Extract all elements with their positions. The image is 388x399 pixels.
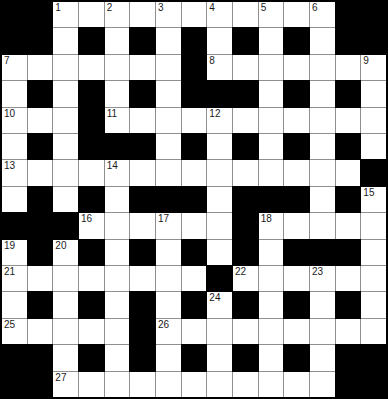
white-cell-r4c11[interactable]	[284, 108, 309, 133]
black-cell-r3c9	[233, 81, 258, 106]
white-cell-r10c12[interactable]: 23	[310, 266, 335, 291]
black-cell-r0c1	[28, 2, 53, 27]
clue-number-10: 10	[4, 108, 15, 119]
white-cell-r11c2[interactable]	[53, 292, 78, 317]
white-cell-r6c10[interactable]	[259, 160, 284, 185]
white-cell-r9c6[interactable]	[156, 240, 181, 265]
white-cell-r8c7[interactable]	[182, 213, 207, 238]
black-cell-r1c0	[2, 28, 27, 53]
clue-number-4: 4	[209, 2, 215, 13]
white-cell-r7c12[interactable]	[310, 187, 335, 212]
black-cell-r9c12	[310, 240, 335, 265]
white-cell-r10c13[interactable]	[336, 266, 361, 291]
white-cell-r12c9[interactable]	[233, 319, 258, 344]
white-cell-r12c3[interactable]	[79, 319, 104, 344]
black-cell-r1c13	[336, 28, 361, 53]
white-cell-r8c8[interactable]	[207, 213, 232, 238]
white-cell-r6c1[interactable]	[28, 160, 53, 185]
white-cell-r2c4[interactable]	[105, 55, 130, 80]
white-cell-r9c10[interactable]	[259, 240, 284, 265]
white-cell-r8c13[interactable]	[336, 213, 361, 238]
white-cell-r8c4[interactable]	[105, 213, 130, 238]
black-cell-r11c9	[233, 292, 258, 317]
white-cell-r11c0[interactable]	[2, 292, 27, 317]
black-cell-r9c11	[284, 240, 309, 265]
black-cell-r14c13	[336, 372, 361, 397]
white-cell-r1c2[interactable]	[53, 28, 78, 53]
white-cell-r10c4[interactable]	[105, 266, 130, 291]
clue-number-16: 16	[81, 213, 92, 224]
white-cell-r14c11[interactable]	[284, 372, 309, 397]
black-cell-r7c5	[130, 187, 155, 212]
black-cell-r14c14	[361, 372, 386, 397]
white-cell-r10c10[interactable]	[259, 266, 284, 291]
white-cell-r6c3[interactable]	[79, 160, 104, 185]
white-cell-r7c0[interactable]	[2, 187, 27, 212]
white-cell-r12c0[interactable]: 25	[2, 319, 27, 344]
white-cell-r4c1[interactable]	[28, 108, 53, 133]
black-cell-r14c1	[28, 372, 53, 397]
white-cell-r6c8[interactable]	[207, 160, 232, 185]
white-cell-r5c10[interactable]	[259, 134, 284, 159]
black-cell-r9c13	[336, 240, 361, 265]
black-cell-r0c0	[2, 2, 27, 27]
white-cell-r8c10[interactable]: 18	[259, 213, 284, 238]
white-cell-r12c13[interactable]	[336, 319, 361, 344]
white-cell-r13c10[interactable]	[259, 345, 284, 370]
black-cell-r11c1	[28, 292, 53, 317]
white-cell-r12c2[interactable]	[53, 319, 78, 344]
white-cell-r2c3[interactable]	[79, 55, 104, 80]
white-cell-r14c8[interactable]	[207, 372, 232, 397]
clue-number-19: 19	[4, 240, 15, 251]
clue-number-15: 15	[363, 187, 374, 198]
black-cell-r13c14	[361, 345, 386, 370]
clue-number-8: 8	[209, 55, 215, 66]
black-cell-r1c7	[182, 28, 207, 53]
white-cell-r2c1[interactable]	[28, 55, 53, 80]
black-cell-r6c14	[361, 160, 386, 185]
black-cell-r3c1	[28, 81, 53, 106]
white-cell-r8c3[interactable]: 16	[79, 213, 104, 238]
black-cell-r5c13	[336, 134, 361, 159]
white-cell-r10c14[interactable]	[361, 266, 386, 291]
clue-number-14: 14	[107, 160, 118, 171]
white-cell-r0c2[interactable]: 1	[53, 2, 78, 27]
clue-number-24: 24	[209, 292, 220, 303]
white-cell-r2c13[interactable]	[336, 55, 361, 80]
white-cell-r11c14[interactable]	[361, 292, 386, 317]
white-cell-r8c6[interactable]: 17	[156, 213, 181, 238]
clue-number-18: 18	[261, 213, 272, 224]
white-cell-r9c14[interactable]	[361, 240, 386, 265]
black-cell-r9c9	[233, 240, 258, 265]
black-cell-r13c9	[233, 345, 258, 370]
white-cell-r4c8[interactable]: 12	[207, 108, 232, 133]
clue-number-20: 20	[55, 240, 66, 251]
white-cell-r12c8[interactable]	[207, 319, 232, 344]
white-cell-r13c6[interactable]	[156, 345, 181, 370]
white-cell-r3c10[interactable]	[259, 81, 284, 106]
black-cell-r3c5	[130, 81, 155, 106]
white-cell-r0c4[interactable]: 2	[105, 2, 130, 27]
white-cell-r8c14[interactable]	[361, 213, 386, 238]
white-cell-r6c11[interactable]	[284, 160, 309, 185]
white-cell-r1c8[interactable]	[207, 28, 232, 53]
white-cell-r12c10[interactable]	[259, 319, 284, 344]
white-cell-r2c10[interactable]	[259, 55, 284, 80]
white-cell-r12c6[interactable]: 26	[156, 319, 181, 344]
black-cell-r5c5	[130, 134, 155, 159]
crossword-grid: 1234567891011121314151617181920212223242…	[0, 0, 388, 399]
white-cell-r1c6[interactable]	[156, 28, 181, 53]
black-cell-r5c4	[105, 134, 130, 159]
black-cell-r4c3	[79, 108, 104, 133]
black-cell-r5c11	[284, 134, 309, 159]
white-cell-r6c4[interactable]: 14	[105, 160, 130, 185]
white-cell-r0c7[interactable]	[182, 2, 207, 27]
white-cell-r1c12[interactable]	[310, 28, 335, 53]
white-cell-r4c9[interactable]	[233, 108, 258, 133]
white-cell-r8c5[interactable]	[130, 213, 155, 238]
white-cell-r14c12[interactable]	[310, 372, 335, 397]
white-cell-r5c6[interactable]	[156, 134, 181, 159]
black-cell-r3c8	[207, 81, 232, 106]
black-cell-r9c1	[28, 240, 53, 265]
white-cell-r13c8[interactable]	[207, 345, 232, 370]
black-cell-r11c13	[336, 292, 361, 317]
black-cell-r13c3	[79, 345, 104, 370]
white-cell-r7c4[interactable]	[105, 187, 130, 212]
white-cell-r2c8[interactable]: 8	[207, 55, 232, 80]
white-cell-r4c7[interactable]	[182, 108, 207, 133]
clue-number-23: 23	[312, 266, 323, 277]
black-cell-r12c5	[130, 319, 155, 344]
clue-number-9: 9	[363, 55, 369, 66]
black-cell-r1c1	[28, 28, 53, 53]
white-cell-r3c4[interactable]	[105, 81, 130, 106]
white-cell-r2c11[interactable]	[284, 55, 309, 80]
white-cell-r12c11[interactable]	[284, 319, 309, 344]
black-cell-r7c11	[284, 187, 309, 212]
clue-number-5: 5	[261, 2, 267, 13]
white-cell-r4c4[interactable]: 11	[105, 108, 130, 133]
black-cell-r1c11	[284, 28, 309, 53]
black-cell-r7c7	[182, 187, 207, 212]
clue-number-6: 6	[312, 2, 318, 13]
clue-number-13: 13	[4, 160, 15, 171]
black-cell-r0c14	[361, 2, 386, 27]
white-cell-r5c8[interactable]	[207, 134, 232, 159]
clue-number-26: 26	[158, 319, 169, 330]
black-cell-r3c13	[336, 81, 361, 106]
black-cell-r7c9	[233, 187, 258, 212]
black-cell-r9c3	[79, 240, 104, 265]
white-cell-r3c0[interactable]	[2, 81, 27, 106]
white-cell-r10c1[interactable]	[28, 266, 53, 291]
white-cell-r6c13[interactable]	[336, 160, 361, 185]
black-cell-r5c3	[79, 134, 104, 159]
white-cell-r0c8[interactable]: 4	[207, 2, 232, 27]
white-cell-r10c9[interactable]: 22	[233, 266, 258, 291]
white-cell-r8c11[interactable]	[284, 213, 309, 238]
black-cell-r7c10	[259, 187, 284, 212]
white-cell-r6c2[interactable]	[53, 160, 78, 185]
white-cell-r4c0[interactable]: 10	[2, 108, 27, 133]
white-cell-r2c0[interactable]: 7	[2, 55, 27, 80]
clue-number-17: 17	[158, 213, 169, 224]
black-cell-r5c7	[182, 134, 207, 159]
white-cell-r14c9[interactable]	[233, 372, 258, 397]
black-cell-r14c0	[2, 372, 27, 397]
black-cell-r13c7	[182, 345, 207, 370]
white-cell-r11c6[interactable]	[156, 292, 181, 317]
black-cell-r3c11	[284, 81, 309, 106]
white-cell-r12c4[interactable]	[105, 319, 130, 344]
white-cell-r3c2[interactable]	[53, 81, 78, 106]
clue-number-22: 22	[235, 266, 246, 277]
white-cell-r12c1[interactable]	[28, 319, 53, 344]
white-cell-r4c6[interactable]	[156, 108, 181, 133]
clue-number-12: 12	[209, 108, 220, 119]
white-cell-r2c12[interactable]	[310, 55, 335, 80]
black-cell-r13c0	[2, 345, 27, 370]
white-cell-r0c12[interactable]: 6	[310, 2, 335, 27]
black-cell-r3c7	[182, 81, 207, 106]
white-cell-r2c14[interactable]: 9	[361, 55, 386, 80]
white-cell-r14c5[interactable]	[130, 372, 155, 397]
white-cell-r13c2[interactable]	[53, 345, 78, 370]
white-cell-r0c9[interactable]	[233, 2, 258, 27]
white-cell-r6c5[interactable]	[130, 160, 155, 185]
white-cell-r14c10[interactable]	[259, 372, 284, 397]
white-cell-r9c2[interactable]: 20	[53, 240, 78, 265]
white-cell-r4c13[interactable]	[336, 108, 361, 133]
white-cell-r2c9[interactable]	[233, 55, 258, 80]
black-cell-r8c1	[28, 213, 53, 238]
white-cell-r7c8[interactable]	[207, 187, 232, 212]
black-cell-r1c5	[130, 28, 155, 53]
white-cell-r7c2[interactable]	[53, 187, 78, 212]
white-cell-r7c14[interactable]: 15	[361, 187, 386, 212]
white-cell-r14c3[interactable]	[79, 372, 104, 397]
clue-number-3: 3	[158, 2, 164, 13]
white-cell-r9c4[interactable]	[105, 240, 130, 265]
white-cell-r1c10[interactable]	[259, 28, 284, 53]
black-cell-r11c5	[130, 292, 155, 317]
white-cell-r5c0[interactable]	[2, 134, 27, 159]
white-cell-r5c14[interactable]	[361, 134, 386, 159]
black-cell-r7c1	[28, 187, 53, 212]
white-cell-r6c0[interactable]: 13	[2, 160, 27, 185]
white-cell-r10c2[interactable]	[53, 266, 78, 291]
clue-number-27: 27	[55, 372, 66, 383]
white-cell-r14c4[interactable]	[105, 372, 130, 397]
black-cell-r8c0	[2, 213, 27, 238]
white-cell-r3c14[interactable]	[361, 81, 386, 106]
white-cell-r14c7[interactable]	[182, 372, 207, 397]
white-cell-r12c7[interactable]	[182, 319, 207, 344]
white-cell-r8c12[interactable]	[310, 213, 335, 238]
clue-number-1: 1	[55, 2, 61, 13]
clue-number-2: 2	[107, 2, 113, 13]
white-cell-r11c12[interactable]	[310, 292, 335, 317]
black-cell-r13c5	[130, 345, 155, 370]
black-cell-r1c3	[79, 28, 104, 53]
white-cell-r3c12[interactable]	[310, 81, 335, 106]
white-cell-r4c5[interactable]	[130, 108, 155, 133]
black-cell-r0c13	[336, 2, 361, 27]
white-cell-r6c12[interactable]	[310, 160, 335, 185]
black-cell-r10c8	[207, 266, 232, 291]
black-cell-r9c7	[182, 240, 207, 265]
white-cell-r0c10[interactable]: 5	[259, 2, 284, 27]
white-cell-r9c0[interactable]: 19	[2, 240, 27, 265]
white-cell-r14c6[interactable]	[156, 372, 181, 397]
black-cell-r13c1	[28, 345, 53, 370]
white-cell-r13c12[interactable]	[310, 345, 335, 370]
clue-number-21: 21	[4, 266, 15, 277]
white-cell-r11c10[interactable]	[259, 292, 284, 317]
white-cell-r3c6[interactable]	[156, 81, 181, 106]
black-cell-r1c14	[361, 28, 386, 53]
white-cell-r4c12[interactable]	[310, 108, 335, 133]
black-cell-r13c11	[284, 345, 309, 370]
white-cell-r0c3[interactable]	[79, 2, 104, 27]
clue-number-25: 25	[4, 319, 15, 330]
black-cell-r7c13	[336, 187, 361, 212]
white-cell-r9c8[interactable]	[207, 240, 232, 265]
white-cell-r0c11[interactable]	[284, 2, 309, 27]
black-cell-r8c9	[233, 213, 258, 238]
white-cell-r11c8[interactable]: 24	[207, 292, 232, 317]
black-cell-r1c9	[233, 28, 258, 53]
white-cell-r4c2[interactable]	[53, 108, 78, 133]
black-cell-r5c1	[28, 134, 53, 159]
black-cell-r5c9	[233, 134, 258, 159]
black-cell-r3c3	[79, 81, 104, 106]
white-cell-r13c4[interactable]	[105, 345, 130, 370]
black-cell-r2c7	[182, 55, 207, 80]
white-cell-r0c5[interactable]	[130, 2, 155, 27]
white-cell-r2c5[interactable]	[130, 55, 155, 80]
white-cell-r6c7[interactable]	[182, 160, 207, 185]
white-cell-r14c2[interactable]: 27	[53, 372, 78, 397]
white-cell-r0c6[interactable]: 3	[156, 2, 181, 27]
white-cell-r4c14[interactable]	[361, 108, 386, 133]
clue-number-11: 11	[107, 108, 117, 119]
black-cell-r9c5	[130, 240, 155, 265]
black-cell-r11c3	[79, 292, 104, 317]
white-cell-r10c5[interactable]	[130, 266, 155, 291]
black-cell-r11c7	[182, 292, 207, 317]
white-cell-r10c7[interactable]	[182, 266, 207, 291]
black-cell-r7c3	[79, 187, 104, 212]
white-cell-r10c0[interactable]: 21	[2, 266, 27, 291]
white-cell-r2c6[interactable]	[156, 55, 181, 80]
white-cell-r4c10[interactable]	[259, 108, 284, 133]
white-cell-r12c14[interactable]	[361, 319, 386, 344]
black-cell-r7c6	[156, 187, 181, 212]
white-cell-r10c3[interactable]	[79, 266, 104, 291]
white-cell-r12c12[interactable]	[310, 319, 335, 344]
white-cell-r2c2[interactable]	[53, 55, 78, 80]
clue-number-7: 7	[4, 55, 10, 66]
white-cell-r5c12[interactable]	[310, 134, 335, 159]
white-cell-r5c2[interactable]	[53, 134, 78, 159]
black-cell-r11c11	[284, 292, 309, 317]
white-cell-r6c9[interactable]	[233, 160, 258, 185]
black-cell-r8c2	[53, 213, 78, 238]
white-cell-r1c4[interactable]	[105, 28, 130, 53]
white-cell-r11c4[interactable]	[105, 292, 130, 317]
white-cell-r10c11[interactable]	[284, 266, 309, 291]
white-cell-r10c6[interactable]	[156, 266, 181, 291]
white-cell-r6c6[interactable]	[156, 160, 181, 185]
black-cell-r13c13	[336, 345, 361, 370]
